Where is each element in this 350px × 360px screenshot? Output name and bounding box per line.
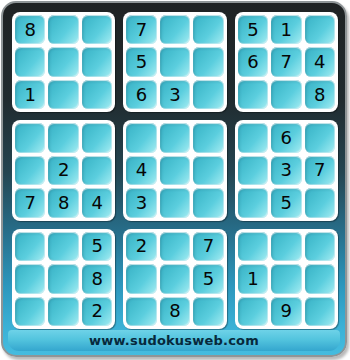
sudoku-cell-r6c6[interactable] <box>193 188 223 217</box>
sudoku-app: 8175635167482784436375582275819 www.sudo… <box>0 0 350 360</box>
sudoku-cell-r9c2[interactable] <box>48 297 78 326</box>
sudoku-cell-r6c9[interactable] <box>305 188 335 217</box>
sudoku-cell-r2c6[interactable] <box>193 47 223 76</box>
sudoku-cell-r8c7[interactable]: 1 <box>238 264 268 293</box>
site-footer: www.sudokusweb.com <box>8 330 340 351</box>
sudoku-cell-r4c6[interactable] <box>193 123 223 152</box>
sudoku-board: 8175635167482784436375582275819 <box>12 12 338 329</box>
sudoku-cell-r4c2[interactable] <box>48 123 78 152</box>
sudoku-cell-r9c1[interactable] <box>15 297 45 326</box>
sudoku-cell-r5c2[interactable]: 2 <box>48 156 78 185</box>
sudoku-cell-r8c5[interactable] <box>160 264 190 293</box>
sudoku-cell-r9c8[interactable]: 9 <box>271 297 301 326</box>
sudoku-cell-r3c2[interactable] <box>48 80 78 109</box>
sudoku-cell-r8c8[interactable] <box>271 264 301 293</box>
sudoku-cell-r8c6[interactable]: 5 <box>193 264 223 293</box>
sudoku-cell-r5c9[interactable]: 7 <box>305 156 335 185</box>
sudoku-cell-r7c3[interactable]: 5 <box>82 232 112 261</box>
sudoku-cell-r3c8[interactable] <box>271 80 301 109</box>
sudoku-cell-r8c4[interactable] <box>126 264 156 293</box>
sudoku-cell-r1c6[interactable] <box>193 15 223 44</box>
sudoku-cell-r4c1[interactable] <box>15 123 45 152</box>
sudoku-cell-r8c9[interactable] <box>305 264 335 293</box>
sudoku-cell-r5c5[interactable] <box>160 156 190 185</box>
sudoku-cell-r2c5[interactable] <box>160 47 190 76</box>
sudoku-cell-r1c4[interactable]: 7 <box>126 15 156 44</box>
sudoku-cell-r3c3[interactable] <box>82 80 112 109</box>
sudoku-cell-r7c7[interactable] <box>238 232 268 261</box>
sudoku-cell-r2c9[interactable]: 4 <box>305 47 335 76</box>
sudoku-cell-r6c5[interactable] <box>160 188 190 217</box>
sudoku-block-2-2: 43 <box>123 120 226 220</box>
sudoku-cell-r9c5[interactable]: 8 <box>160 297 190 326</box>
sudoku-cell-r5c4[interactable]: 4 <box>126 156 156 185</box>
sudoku-cell-r5c7[interactable] <box>238 156 268 185</box>
sudoku-cell-r3c4[interactable]: 6 <box>126 80 156 109</box>
site-url: www.sudokusweb.com <box>89 333 259 348</box>
sudoku-block-1-2: 7563 <box>123 12 226 112</box>
sudoku-cell-r4c8[interactable]: 6 <box>271 123 301 152</box>
sudoku-cell-r1c2[interactable] <box>48 15 78 44</box>
sudoku-cell-r1c1[interactable]: 8 <box>15 15 45 44</box>
sudoku-cell-r2c2[interactable] <box>48 47 78 76</box>
sudoku-cell-r4c7[interactable] <box>238 123 268 152</box>
sudoku-cell-r1c9[interactable] <box>305 15 335 44</box>
sudoku-cell-r2c7[interactable]: 6 <box>238 47 268 76</box>
sudoku-cell-r6c8[interactable]: 5 <box>271 188 301 217</box>
sudoku-block-3-3: 19 <box>235 229 338 329</box>
sudoku-cell-r5c6[interactable] <box>193 156 223 185</box>
sudoku-cell-r9c3[interactable]: 2 <box>82 297 112 326</box>
sudoku-cell-r9c7[interactable] <box>238 297 268 326</box>
sudoku-block-1-3: 516748 <box>235 12 338 112</box>
sudoku-cell-r1c8[interactable]: 1 <box>271 15 301 44</box>
sudoku-cell-r9c6[interactable] <box>193 297 223 326</box>
sudoku-cell-r1c5[interactable] <box>160 15 190 44</box>
sudoku-cell-r5c3[interactable] <box>82 156 112 185</box>
sudoku-cell-r9c9[interactable] <box>305 297 335 326</box>
sudoku-cell-r1c3[interactable] <box>82 15 112 44</box>
sudoku-cell-r9c4[interactable] <box>126 297 156 326</box>
sudoku-cell-r8c1[interactable] <box>15 264 45 293</box>
sudoku-cell-r7c2[interactable] <box>48 232 78 261</box>
sudoku-cell-r4c3[interactable] <box>82 123 112 152</box>
sudoku-cell-r3c1[interactable]: 1 <box>15 80 45 109</box>
sudoku-cell-r5c1[interactable] <box>15 156 45 185</box>
sudoku-cell-r7c6[interactable]: 7 <box>193 232 223 261</box>
sudoku-cell-r3c7[interactable] <box>238 80 268 109</box>
sudoku-cell-r3c6[interactable] <box>193 80 223 109</box>
sudoku-block-3-1: 582 <box>12 229 115 329</box>
sudoku-cell-r7c9[interactable] <box>305 232 335 261</box>
sudoku-cell-r7c4[interactable]: 2 <box>126 232 156 261</box>
sudoku-cell-r5c8[interactable]: 3 <box>271 156 301 185</box>
sudoku-cell-r6c3[interactable]: 4 <box>82 188 112 217</box>
sudoku-cell-r3c5[interactable]: 3 <box>160 80 190 109</box>
sudoku-block-2-3: 6375 <box>235 120 338 220</box>
sudoku-block-2-1: 2784 <box>12 120 115 220</box>
sudoku-cell-r8c3[interactable]: 8 <box>82 264 112 293</box>
sudoku-cell-r4c9[interactable] <box>305 123 335 152</box>
sudoku-cell-r6c1[interactable]: 7 <box>15 188 45 217</box>
sudoku-cell-r4c4[interactable] <box>126 123 156 152</box>
sudoku-cell-r1c7[interactable]: 5 <box>238 15 268 44</box>
sudoku-cell-r7c1[interactable] <box>15 232 45 261</box>
sudoku-cell-r6c4[interactable]: 3 <box>126 188 156 217</box>
sudoku-cell-r8c2[interactable] <box>48 264 78 293</box>
sudoku-cell-r3c9[interactable]: 8 <box>305 80 335 109</box>
sudoku-cell-r2c4[interactable]: 5 <box>126 47 156 76</box>
sudoku-cell-r4c5[interactable] <box>160 123 190 152</box>
sudoku-block-1-1: 81 <box>12 12 115 112</box>
sudoku-block-3-2: 2758 <box>123 229 226 329</box>
sudoku-cell-r7c8[interactable] <box>271 232 301 261</box>
sudoku-cell-r6c7[interactable] <box>238 188 268 217</box>
sudoku-cell-r2c8[interactable]: 7 <box>271 47 301 76</box>
sudoku-cell-r6c2[interactable]: 8 <box>48 188 78 217</box>
sudoku-frame: 8175635167482784436375582275819 www.sudo… <box>1 1 347 357</box>
sudoku-cell-r2c3[interactable] <box>82 47 112 76</box>
sudoku-cell-r7c5[interactable] <box>160 232 190 261</box>
sudoku-cell-r2c1[interactable] <box>15 47 45 76</box>
